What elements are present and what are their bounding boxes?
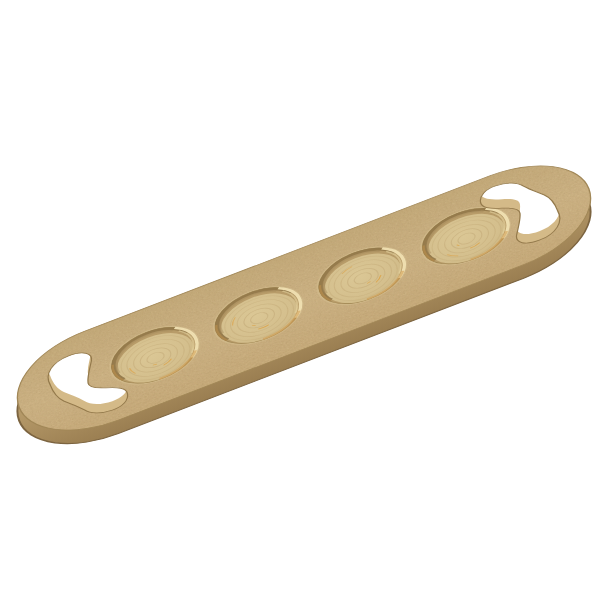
product-stage: 0/0/0/0 - all four pits empty <box>0 0 600 600</box>
board-scene <box>0 0 600 600</box>
